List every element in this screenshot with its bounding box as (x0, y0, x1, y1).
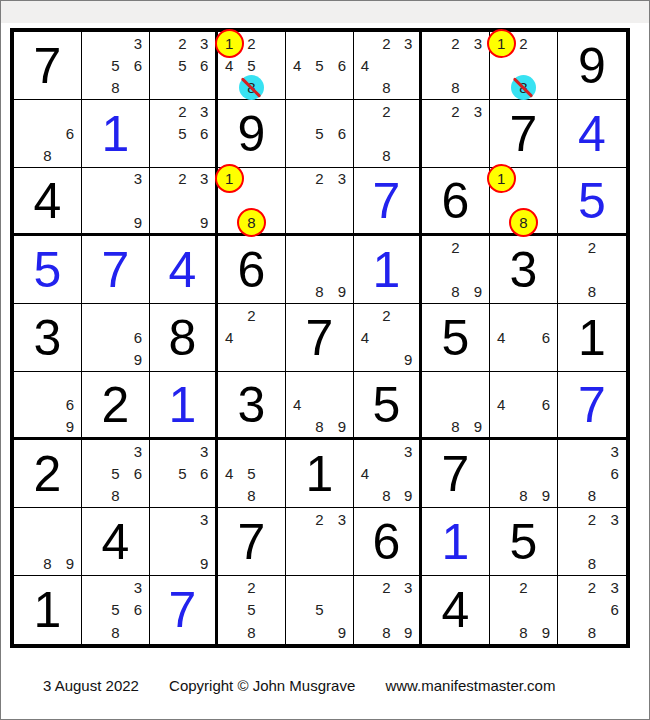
candidate-slot-7 (286, 145, 308, 167)
candidate-slot-1 (422, 236, 444, 258)
cell-r6c2[interactable]: 2 (82, 372, 150, 440)
candidate-slot-8: 8 (308, 281, 330, 303)
candidate-4: 4 (293, 397, 301, 412)
candidate-slot-5: 5 (172, 122, 194, 144)
candidate-6: 6 (200, 58, 208, 73)
candidate-slot-3: 3 (603, 576, 626, 599)
candidate-slot-4: 4 (490, 394, 512, 416)
candidate-1: 1 (497, 36, 505, 51)
cell-r7c5[interactable]: 1 (286, 440, 354, 508)
candidate-slot-5: 5 (308, 599, 330, 622)
candidate-slot-8 (512, 349, 534, 371)
candidate-slot-6 (263, 599, 285, 622)
candidate-5: 5 (247, 602, 255, 617)
candidate-slot-2: 2 (308, 168, 330, 190)
candidate-slot-2 (376, 440, 398, 462)
cell-r7c7[interactable]: 7 (422, 440, 490, 508)
candidate-slot-2 (308, 100, 330, 122)
candidate-9: 9 (542, 488, 550, 503)
candidate-2: 2 (178, 171, 186, 186)
cell-r6c7[interactable]: 89 (422, 372, 490, 440)
candidate-slot-8: 8 (581, 553, 604, 575)
candidate-slot-6 (331, 394, 353, 416)
candidates: 23 (286, 508, 353, 575)
candidate-slot-9 (331, 211, 353, 233)
candidate-slot-7 (82, 485, 104, 507)
cell-r3c3[interactable]: 239 (150, 168, 218, 236)
candidate-slot-4 (354, 599, 376, 622)
candidate-slot-9: 9 (59, 415, 81, 437)
candidate-slot-4 (490, 462, 512, 484)
candidate-slot-5 (36, 122, 58, 144)
candidate-slot-8 (172, 145, 194, 167)
candidate-slot-7 (558, 553, 581, 575)
candidate-8: 8 (111, 488, 119, 503)
candidate-slot-3 (535, 168, 557, 190)
candidate-slot-3: 3 (331, 168, 353, 190)
candidate-slot-8: 8 (376, 485, 398, 507)
candidate-slot-1 (82, 576, 104, 599)
cell-r6c4[interactable]: 3 (218, 372, 286, 440)
cell-r3c1[interactable]: 4 (14, 168, 82, 236)
cell-r5c1[interactable]: 3 (14, 304, 82, 372)
candidate-6: 6 (610, 602, 618, 617)
candidate-2: 2 (247, 580, 255, 595)
candidate-slot-6 (127, 190, 149, 212)
candidate-slot-6 (397, 54, 419, 76)
candidate-slot-1: 1 (490, 32, 512, 54)
candidate-slot-6 (467, 394, 489, 416)
candidate-slot-6: 6 (59, 394, 81, 416)
cell-r4c7[interactable]: 289 (422, 236, 490, 304)
candidates: 89 (286, 236, 353, 303)
cell-r2c8[interactable]: 7 (490, 100, 558, 168)
candidate-slot-2: 2 (376, 576, 398, 599)
candidates: 289 (490, 576, 557, 644)
candidates: 456 (286, 32, 353, 99)
candidate-slot-1 (150, 168, 172, 190)
candidate-slot-7 (150, 553, 172, 575)
cell-r2c1[interactable]: 68 (14, 100, 82, 168)
cell-r2c4[interactable]: 9 (218, 100, 286, 168)
cell-r6c8[interactable]: 46 (490, 372, 558, 440)
cell-r5c7[interactable]: 5 (422, 304, 490, 372)
candidate-slot-3 (127, 304, 149, 326)
candidate-slot-9 (603, 485, 626, 507)
candidate-slot-5 (36, 394, 58, 416)
candidate-slot-4 (558, 599, 581, 622)
candidates: 2356 (150, 32, 215, 99)
cell-r7c4[interactable]: 458 (218, 440, 286, 508)
candidate-slot-1: 1 (490, 168, 512, 190)
candidate-slot-8 (172, 211, 194, 233)
candidate-slot-9 (467, 77, 489, 99)
candidate-slot-8 (104, 211, 126, 233)
candidate-slot-7 (558, 281, 581, 303)
candidates: 89 (490, 440, 557, 507)
candidate-slot-3: 3 (467, 32, 489, 54)
candidate-slot-4 (14, 530, 36, 552)
candidate-6: 6 (610, 466, 618, 481)
candidate-slot-2: 2 (376, 100, 398, 122)
cell-r5c6[interactable]: 249 (354, 304, 422, 372)
given-digit: 2 (82, 372, 149, 437)
candidate-3: 3 (134, 580, 142, 595)
cell-r1c5[interactable]: 456 (286, 32, 354, 100)
candidate-slot-2 (36, 100, 58, 122)
candidate-slot-2 (240, 168, 262, 190)
candidate-slot-3 (535, 576, 557, 599)
cell-r2c2[interactable]: 1 (82, 100, 150, 168)
candidate-slot-2: 2 (240, 576, 262, 599)
candidate-slot-8 (240, 349, 262, 371)
candidate-slot-2: 2 (444, 236, 466, 258)
candidate-slot-1 (422, 100, 444, 122)
candidate-6: 6 (542, 397, 550, 412)
candidate-slot-3: 3 (467, 100, 489, 122)
candidate-slot-2 (308, 372, 330, 394)
cell-r5c9[interactable]: 1 (558, 304, 626, 372)
candidate-slot-3: 3 (127, 440, 149, 462)
given-digit: 1 (286, 440, 353, 507)
candidate-slot-6: 6 (59, 122, 81, 144)
candidate-slot-2: 2 (581, 576, 604, 599)
cell-r8c1[interactable]: 89 (14, 508, 82, 576)
cell-r5c3[interactable]: 8 (150, 304, 218, 372)
cell-r7c3[interactable]: 356 (150, 440, 218, 508)
cell-r5c8[interactable]: 46 (490, 304, 558, 372)
candidate-slot-2: 2 (240, 32, 262, 54)
candidate-slot-1 (558, 236, 581, 258)
candidate-slot-3: 3 (603, 508, 626, 530)
cell-r9c4[interactable]: 258 (218, 576, 286, 644)
candidate-2: 2 (315, 171, 323, 186)
cell-r9c9[interactable]: 2368 (558, 576, 626, 644)
solved-digit: 1 (82, 100, 149, 167)
candidate-8: 8 (588, 556, 596, 571)
candidate-slot-1 (14, 508, 36, 530)
candidate-slot-5 (308, 394, 330, 416)
candidate-slot-6: 6 (127, 462, 149, 484)
candidate-5: 5 (111, 58, 119, 73)
candidate-3: 3 (404, 36, 412, 51)
candidate-slot-4 (354, 122, 376, 144)
cell-r6c3[interactable]: 1 (150, 372, 218, 440)
solved-digit: 5 (558, 168, 626, 233)
candidate-slot-5 (308, 190, 330, 212)
cell-r9c6[interactable]: 2389 (354, 576, 422, 644)
candidates: 39 (82, 168, 149, 233)
candidate-slot-8: 8 (376, 145, 398, 167)
candidate-slot-5 (376, 122, 398, 144)
cell-r5c4[interactable]: 24 (218, 304, 286, 372)
candidate-slot-2 (512, 168, 534, 190)
candidate-slot-6: 6 (331, 122, 353, 144)
candidate-slot-1 (490, 372, 512, 394)
candidate-3: 3 (610, 512, 618, 527)
candidate-2: 2 (247, 308, 255, 323)
candidates: 68 (14, 100, 81, 167)
candidate-slot-9 (535, 211, 557, 233)
page: 7356823561245845623482381289681235695628… (0, 0, 650, 720)
candidate-slot-6: 6 (127, 599, 149, 622)
cell-r7c1[interactable]: 2 (14, 440, 82, 508)
candidate-6: 6 (338, 126, 346, 141)
cell-r1c6[interactable]: 2348 (354, 32, 422, 100)
cell-r9c7[interactable]: 4 (422, 576, 490, 644)
candidate-slot-5 (512, 326, 534, 348)
candidate-slot-8: 8 (308, 415, 330, 437)
candidate-slot-4 (422, 394, 444, 416)
candidate-slot-4 (490, 54, 512, 76)
candidate-9: 9 (134, 215, 142, 230)
cell-r3c7[interactable]: 6 (422, 168, 490, 236)
cell-r9c1[interactable]: 1 (14, 576, 82, 644)
cell-r4c5[interactable]: 89 (286, 236, 354, 304)
candidate-slot-6 (397, 326, 419, 348)
cell-r3c5[interactable]: 23 (286, 168, 354, 236)
candidate-slot-7 (490, 415, 512, 437)
cell-r6c9[interactable]: 7 (558, 372, 626, 440)
candidate-slot-5 (581, 530, 604, 552)
cell-r4c6[interactable]: 1 (354, 236, 422, 304)
candidate-slot-7 (286, 553, 308, 575)
footer-url: www.manifestmaster.com (385, 677, 555, 694)
cell-r3c6[interactable]: 7 (354, 168, 422, 236)
candidate-2: 2 (247, 36, 255, 51)
candidate-slot-9 (603, 621, 626, 644)
candidate-6: 6 (200, 466, 208, 481)
cell-r8c2[interactable]: 4 (82, 508, 150, 576)
candidate-slot-4 (82, 326, 104, 348)
candidate-slot-4 (422, 122, 444, 144)
candidate-slot-1 (218, 304, 240, 326)
candidate-slot-7 (558, 485, 581, 507)
candidate-slot-5: 5 (240, 54, 262, 76)
candidate-slot-4: 4 (354, 462, 376, 484)
candidate-4: 4 (361, 330, 369, 345)
candidate-slot-4 (150, 122, 172, 144)
given-digit: 4 (14, 168, 81, 233)
candidate-8: 8 (247, 215, 255, 230)
candidates: 23 (286, 168, 353, 233)
candidate-slot-4 (286, 122, 308, 144)
candidate-slot-1 (286, 236, 308, 258)
candidates: 3568 (82, 32, 149, 99)
cell-r3c8[interactable]: 18 (490, 168, 558, 236)
cell-r7c6[interactable]: 3489 (354, 440, 422, 508)
cell-r2c6[interactable]: 28 (354, 100, 422, 168)
candidate-slot-1 (286, 508, 308, 530)
candidates: 12458 (218, 32, 285, 99)
candidates: 59 (286, 576, 353, 644)
cell-r8c4[interactable]: 7 (218, 508, 286, 576)
candidate-slot-4: 4 (218, 54, 240, 76)
cell-r8c3[interactable]: 39 (150, 508, 218, 576)
candidate-2: 2 (178, 36, 186, 51)
candidate-9: 9 (404, 625, 412, 640)
candidate-slot-8: 8 (240, 485, 262, 507)
given-digit: 6 (218, 236, 285, 303)
cell-r9c5[interactable]: 59 (286, 576, 354, 644)
cell-r1c1[interactable]: 7 (14, 32, 82, 100)
candidates: 3568 (82, 440, 149, 507)
cell-r5c5[interactable]: 7 (286, 304, 354, 372)
cell-r3c2[interactable]: 39 (82, 168, 150, 236)
cell-r8c7[interactable]: 1 (422, 508, 490, 576)
cell-r4c4[interactable]: 6 (218, 236, 286, 304)
candidate-slot-7 (82, 621, 104, 644)
candidate-slot-2: 2 (240, 304, 262, 326)
solved-digit: 5 (14, 236, 81, 303)
candidate-slot-8 (104, 349, 126, 371)
candidate-slot-8: 8 (36, 145, 58, 167)
solved-digit: 7 (150, 576, 215, 644)
candidate-slot-7 (422, 145, 444, 167)
cell-r2c7[interactable]: 23 (422, 100, 490, 168)
candidate-slot-5: 5 (308, 122, 330, 144)
cell-r4c1[interactable]: 5 (14, 236, 82, 304)
candidate-6: 6 (200, 126, 208, 141)
candidate-slot-6: 6 (535, 326, 557, 348)
candidate-9: 9 (66, 556, 74, 571)
cell-r8c5[interactable]: 23 (286, 508, 354, 576)
candidate-slot-6 (331, 190, 353, 212)
candidate-slot-3 (331, 236, 353, 258)
cell-r4c8[interactable]: 3 (490, 236, 558, 304)
cell-r7c9[interactable]: 368 (558, 440, 626, 508)
candidate-slot-3 (263, 576, 285, 599)
candidate-slot-9 (331, 77, 353, 99)
candidate-slot-9 (535, 77, 557, 99)
candidate-4: 4 (497, 330, 505, 345)
candidate-slot-8: 8 (240, 211, 262, 233)
candidate-6: 6 (134, 58, 142, 73)
cell-r2c5[interactable]: 56 (286, 100, 354, 168)
candidate-slot-6 (331, 258, 353, 280)
candidate-slot-7 (286, 211, 308, 233)
candidates: 238 (558, 508, 626, 575)
candidate-slot-3 (59, 372, 81, 394)
cell-r9c3[interactable]: 7 (150, 576, 218, 644)
cell-r3c9[interactable]: 5 (558, 168, 626, 236)
cell-r1c9[interactable]: 9 (558, 32, 626, 100)
candidate-8: 8 (247, 625, 255, 640)
candidate-slot-5 (512, 394, 534, 416)
candidate-slot-9 (535, 415, 557, 437)
cell-r6c6[interactable]: 5 (354, 372, 422, 440)
candidate-slot-8 (172, 77, 194, 99)
candidate-slot-7 (490, 349, 512, 371)
cell-r3c4[interactable]: 18 (218, 168, 286, 236)
cell-r1c3[interactable]: 2356 (150, 32, 218, 100)
cell-r5c2[interactable]: 69 (82, 304, 150, 372)
candidate-9: 9 (338, 625, 346, 640)
candidate-slot-5: 5 (240, 462, 262, 484)
cell-r8c6[interactable]: 6 (354, 508, 422, 576)
candidate-slot-3: 3 (193, 168, 215, 190)
cell-r1c7[interactable]: 238 (422, 32, 490, 100)
cell-r4c3[interactable]: 4 (150, 236, 218, 304)
cell-r4c9[interactable]: 28 (558, 236, 626, 304)
solved-digit: 7 (558, 372, 626, 437)
candidate-slot-1 (354, 304, 376, 326)
candidate-slot-5 (308, 258, 330, 280)
cell-r7c8[interactable]: 89 (490, 440, 558, 508)
candidate-slot-8 (172, 553, 194, 575)
candidate-slot-1 (286, 372, 308, 394)
candidate-slot-8: 8 (36, 553, 58, 575)
cell-r8c9[interactable]: 238 (558, 508, 626, 576)
candidate-slot-9: 9 (331, 415, 353, 437)
candidate-slot-9 (603, 553, 626, 575)
candidate-5: 5 (247, 58, 255, 73)
cell-r6c1[interactable]: 69 (14, 372, 82, 440)
given-digit: 1 (14, 576, 81, 644)
candidate-slot-5 (104, 190, 126, 212)
candidates: 28 (558, 236, 626, 303)
candidate-slot-6: 6 (193, 122, 215, 144)
candidates: 239 (150, 168, 215, 233)
candidate-slot-9: 9 (397, 349, 419, 371)
candidate-slot-8 (308, 145, 330, 167)
candidate-slot-3 (535, 372, 557, 394)
candidate-slot-1 (354, 440, 376, 462)
cell-r1c2[interactable]: 3568 (82, 32, 150, 100)
candidate-slot-7 (354, 485, 376, 507)
cell-r1c8[interactable]: 128 (490, 32, 558, 100)
candidate-slot-5 (512, 462, 534, 484)
candidate-slot-2 (308, 576, 330, 599)
cell-r2c9[interactable]: 4 (558, 100, 626, 168)
candidate-2: 2 (519, 36, 527, 51)
candidate-2: 2 (451, 240, 459, 255)
candidate-slot-2 (104, 168, 126, 190)
candidate-slot-3 (467, 236, 489, 258)
candidate-slot-6 (603, 258, 626, 280)
cell-r6c5[interactable]: 489 (286, 372, 354, 440)
candidate-slot-9: 9 (127, 349, 149, 371)
candidate-slot-2 (308, 32, 330, 54)
footer-copyright: Copyright © John Musgrave (169, 677, 355, 694)
candidate-slot-9 (467, 145, 489, 167)
candidate-slot-9 (59, 145, 81, 167)
cell-r7c2[interactable]: 3568 (82, 440, 150, 508)
candidates: 258 (218, 576, 285, 644)
cell-r4c2[interactable]: 7 (82, 236, 150, 304)
candidate-slot-8 (172, 485, 194, 507)
candidate-slot-2: 2 (581, 508, 604, 530)
candidate-8: 8 (382, 488, 390, 503)
candidate-slot-8: 8 (512, 211, 534, 233)
cell-r2c3[interactable]: 2356 (150, 100, 218, 168)
candidate-slot-5 (172, 530, 194, 552)
candidate-slot-5 (240, 326, 262, 348)
candidate-slot-6 (535, 54, 557, 76)
candidate-3: 3 (134, 36, 142, 51)
candidate-slot-4: 4 (286, 394, 308, 416)
candidate-5: 5 (315, 602, 323, 617)
cell-r1c4[interactable]: 12458 (218, 32, 286, 100)
cell-r9c8[interactable]: 289 (490, 576, 558, 644)
candidate-slot-6 (397, 599, 419, 622)
cell-r8c8[interactable]: 5 (490, 508, 558, 576)
candidates: 23 (422, 100, 489, 167)
candidate-slot-9 (193, 77, 215, 99)
candidate-9: 9 (200, 556, 208, 571)
cell-r9c2[interactable]: 3568 (82, 576, 150, 644)
candidate-slot-6 (467, 54, 489, 76)
